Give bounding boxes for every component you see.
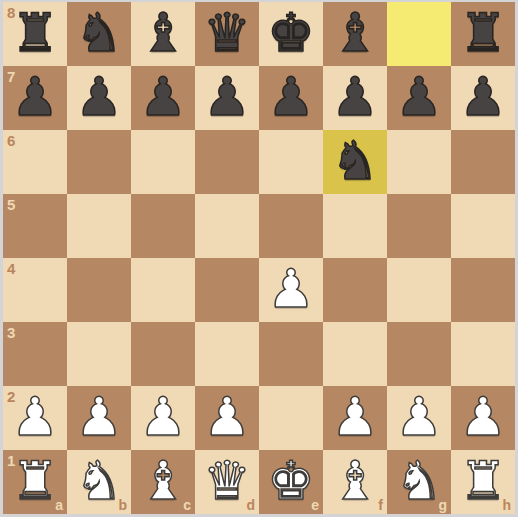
- square-f4[interactable]: [323, 258, 387, 322]
- white-pawn-f2[interactable]: ♟: [331, 385, 379, 449]
- black-pawn-f7[interactable]: ♟: [331, 65, 379, 129]
- square-c6[interactable]: [131, 130, 195, 194]
- square-b1[interactable]: b♞: [67, 450, 131, 514]
- square-e4[interactable]: ♟: [259, 258, 323, 322]
- black-knight-b8[interactable]: ♞: [75, 1, 123, 65]
- board-frame: 8♜♞♝♛♚♝♜7♟♟♟♟♟♟♟♟6♞54♟32♟♟♟♟♟♟♟1a♜b♞c♝d♛…: [0, 0, 518, 517]
- black-bishop-c8[interactable]: ♝: [139, 1, 187, 65]
- white-rook-h1[interactable]: ♜: [459, 449, 507, 513]
- white-bishop-c1[interactable]: ♝: [139, 449, 187, 513]
- rank-label-5: 5: [7, 197, 15, 212]
- square-d4[interactable]: [195, 258, 259, 322]
- black-pawn-c7[interactable]: ♟: [139, 65, 187, 129]
- black-rook-h8[interactable]: ♜: [459, 1, 507, 65]
- black-pawn-h7[interactable]: ♟: [459, 65, 507, 129]
- square-f8[interactable]: ♝: [323, 2, 387, 66]
- square-h8[interactable]: ♜: [451, 2, 515, 66]
- black-knight-f6[interactable]: ♞: [331, 129, 379, 193]
- square-d6[interactable]: [195, 130, 259, 194]
- white-pawn-g2[interactable]: ♟: [395, 385, 443, 449]
- square-c8[interactable]: ♝: [131, 2, 195, 66]
- square-f5[interactable]: [323, 194, 387, 258]
- rank-label-6: 6: [7, 133, 15, 148]
- black-pawn-b7[interactable]: ♟: [75, 65, 123, 129]
- square-h7[interactable]: ♟: [451, 66, 515, 130]
- rank-label-3: 3: [7, 325, 15, 340]
- square-a7[interactable]: 7♟: [3, 66, 67, 130]
- square-g4[interactable]: [387, 258, 451, 322]
- square-f2[interactable]: ♟: [323, 386, 387, 450]
- square-b5[interactable]: [67, 194, 131, 258]
- square-d7[interactable]: ♟: [195, 66, 259, 130]
- square-c5[interactable]: [131, 194, 195, 258]
- square-c4[interactable]: [131, 258, 195, 322]
- white-pawn-d2[interactable]: ♟: [203, 385, 251, 449]
- white-pawn-a2[interactable]: ♟: [11, 385, 59, 449]
- square-e5[interactable]: [259, 194, 323, 258]
- square-e7[interactable]: ♟: [259, 66, 323, 130]
- square-g5[interactable]: [387, 194, 451, 258]
- square-a2[interactable]: 2♟: [3, 386, 67, 450]
- white-pawn-c2[interactable]: ♟: [139, 385, 187, 449]
- square-a1[interactable]: 1a♜: [3, 450, 67, 514]
- black-pawn-e7[interactable]: ♟: [267, 65, 315, 129]
- square-e6[interactable]: [259, 130, 323, 194]
- square-c3[interactable]: [131, 322, 195, 386]
- square-e8[interactable]: ♚: [259, 2, 323, 66]
- black-pawn-d7[interactable]: ♟: [203, 65, 251, 129]
- square-h3[interactable]: [451, 322, 515, 386]
- square-d8[interactable]: ♛: [195, 2, 259, 66]
- square-b2[interactable]: ♟: [67, 386, 131, 450]
- white-king-e1[interactable]: ♚: [267, 449, 315, 513]
- square-f6[interactable]: ♞: [323, 130, 387, 194]
- square-g6[interactable]: [387, 130, 451, 194]
- black-pawn-a7[interactable]: ♟: [11, 65, 59, 129]
- rank-label-4: 4: [7, 261, 15, 276]
- square-b8[interactable]: ♞: [67, 2, 131, 66]
- white-pawn-h2[interactable]: ♟: [459, 385, 507, 449]
- file-label-f: f: [378, 498, 383, 512]
- black-bishop-f8[interactable]: ♝: [331, 1, 379, 65]
- square-a3[interactable]: 3: [3, 322, 67, 386]
- white-knight-g1[interactable]: ♞: [395, 449, 443, 513]
- square-e3[interactable]: [259, 322, 323, 386]
- white-queen-d1[interactable]: ♛: [203, 449, 251, 513]
- square-b4[interactable]: [67, 258, 131, 322]
- black-pawn-g7[interactable]: ♟: [395, 65, 443, 129]
- square-g3[interactable]: [387, 322, 451, 386]
- square-h6[interactable]: [451, 130, 515, 194]
- square-a8[interactable]: 8♜: [3, 2, 67, 66]
- square-b6[interactable]: [67, 130, 131, 194]
- square-f1[interactable]: f♝: [323, 450, 387, 514]
- white-rook-a1[interactable]: ♜: [11, 449, 59, 513]
- white-knight-b1[interactable]: ♞: [75, 449, 123, 513]
- square-h1[interactable]: h♜: [451, 450, 515, 514]
- square-f3[interactable]: [323, 322, 387, 386]
- square-f7[interactable]: ♟: [323, 66, 387, 130]
- square-h5[interactable]: [451, 194, 515, 258]
- white-pawn-e4[interactable]: ♟: [267, 257, 315, 321]
- square-c7[interactable]: ♟: [131, 66, 195, 130]
- white-bishop-f1[interactable]: ♝: [331, 449, 379, 513]
- square-a5[interactable]: 5: [3, 194, 67, 258]
- square-d2[interactable]: ♟: [195, 386, 259, 450]
- square-g1[interactable]: g♞: [387, 450, 451, 514]
- square-g2[interactable]: ♟: [387, 386, 451, 450]
- white-pawn-b2[interactable]: ♟: [75, 385, 123, 449]
- square-a4[interactable]: 4: [3, 258, 67, 322]
- square-b3[interactable]: [67, 322, 131, 386]
- square-h2[interactable]: ♟: [451, 386, 515, 450]
- square-c2[interactable]: ♟: [131, 386, 195, 450]
- black-king-e8[interactable]: ♚: [267, 1, 315, 65]
- square-e2[interactable]: [259, 386, 323, 450]
- square-d3[interactable]: [195, 322, 259, 386]
- square-b7[interactable]: ♟: [67, 66, 131, 130]
- square-c1[interactable]: c♝: [131, 450, 195, 514]
- square-g8[interactable]: [387, 2, 451, 66]
- square-d5[interactable]: [195, 194, 259, 258]
- square-h4[interactable]: [451, 258, 515, 322]
- square-d1[interactable]: d♛: [195, 450, 259, 514]
- square-g7[interactable]: ♟: [387, 66, 451, 130]
- square-e1[interactable]: e♚: [259, 450, 323, 514]
- square-a6[interactable]: 6: [3, 130, 67, 194]
- chess-board: 8♜♞♝♛♚♝♜7♟♟♟♟♟♟♟♟6♞54♟32♟♟♟♟♟♟♟1a♜b♞c♝d♛…: [3, 2, 515, 514]
- black-rook-a8[interactable]: ♜: [11, 1, 59, 65]
- black-queen-d8[interactable]: ♛: [203, 1, 251, 65]
